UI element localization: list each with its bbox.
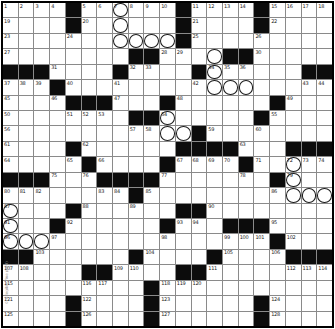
cell-r5c6[interactable] <box>82 65 97 79</box>
cell-r20c20[interactable] <box>302 296 317 310</box>
cell-r10c17[interactable] <box>254 142 269 156</box>
cell-r2c15[interactable] <box>223 18 238 32</box>
cell-r4c12[interactable]: 29 <box>176 49 191 63</box>
cell-r20c11[interactable]: 123 <box>160 296 175 310</box>
cell-r19c9[interactable] <box>129 281 144 295</box>
cell-r14c2[interactable] <box>19 204 34 218</box>
cell-r18c5[interactable] <box>66 265 81 279</box>
cell-r20c15[interactable] <box>223 296 238 310</box>
cell-r7c1[interactable]: 45 <box>3 96 18 110</box>
cell-r4c2[interactable] <box>19 49 34 63</box>
cell-r7c20[interactable] <box>302 96 317 110</box>
cell-r14c10[interactable] <box>144 204 159 218</box>
cell-r2c14[interactable] <box>207 18 222 32</box>
cell-r6c9[interactable] <box>129 80 144 94</box>
cell-r2c3[interactable] <box>34 18 49 32</box>
cell-r16c16[interactable]: 100 <box>239 234 254 248</box>
cell-r15c5[interactable]: 92 <box>66 219 81 233</box>
cell-r6c19[interactable] <box>286 80 301 94</box>
cell-r1c21[interactable]: 18 <box>317 3 332 17</box>
cell-r6c17[interactable] <box>254 80 269 94</box>
cell-r17c5[interactable] <box>66 250 81 264</box>
cell-r8c2[interactable] <box>19 111 34 125</box>
cell-r19c13[interactable]: 120 <box>192 281 207 295</box>
cell-r19c17[interactable] <box>254 281 269 295</box>
cell-r17c8[interactable] <box>113 250 128 264</box>
cell-r13c19[interactable] <box>286 188 301 202</box>
cell-r4c14[interactable] <box>207 49 222 63</box>
cell-r18c10[interactable] <box>144 265 159 279</box>
cell-r8c15[interactable] <box>223 111 238 125</box>
cell-r19c7[interactable]: 117 <box>97 281 112 295</box>
cell-r11c5[interactable]: 65 <box>66 157 81 171</box>
cell-r6c8[interactable]: 41 <box>113 80 128 94</box>
cell-r3c10[interactable] <box>144 34 159 48</box>
cell-r4c18[interactable] <box>270 49 285 63</box>
cell-r13c13[interactable] <box>192 188 207 202</box>
cell-r4c20[interactable] <box>302 49 317 63</box>
cell-r20c16[interactable] <box>239 296 254 310</box>
cell-r6c12[interactable] <box>176 80 191 94</box>
cell-r9c15[interactable] <box>223 126 238 140</box>
cell-r10c18[interactable] <box>270 142 285 156</box>
cell-r5c5[interactable] <box>66 65 81 79</box>
cell-r16c5[interactable] <box>66 234 81 248</box>
cell-r9c12[interactable] <box>176 126 191 140</box>
cell-r2c19[interactable] <box>286 18 301 32</box>
cell-r2c16[interactable] <box>239 18 254 32</box>
cell-r15c13[interactable]: 94 <box>192 219 207 233</box>
cell-r6c20[interactable]: 43 <box>302 80 317 94</box>
cell-r8c6[interactable]: 52 <box>82 111 97 125</box>
cell-r4c19[interactable] <box>286 49 301 63</box>
cell-r13c15[interactable] <box>223 188 238 202</box>
cell-r15c3[interactable] <box>34 219 49 233</box>
cell-r8c7[interactable]: 53 <box>97 111 112 125</box>
cell-r7c12[interactable]: 48 <box>176 96 191 110</box>
cell-r8c14[interactable] <box>207 111 222 125</box>
cell-r21c7[interactable] <box>97 312 112 326</box>
cell-r8c13[interactable] <box>192 111 207 125</box>
cell-r7c4[interactable]: 46 <box>50 96 65 110</box>
cell-r20c21[interactable] <box>317 296 332 310</box>
cell-r14c8[interactable] <box>113 204 128 218</box>
cell-r18c4[interactable] <box>50 265 65 279</box>
cell-r16c20[interactable] <box>302 234 317 248</box>
cell-r21c9[interactable] <box>129 312 144 326</box>
cell-r7c16[interactable] <box>239 96 254 110</box>
cell-r7c3[interactable] <box>34 96 49 110</box>
cell-r4c5[interactable] <box>66 49 81 63</box>
cell-r14c17[interactable] <box>254 204 269 218</box>
cell-r20c6[interactable]: 122 <box>82 296 97 310</box>
cell-r1c11[interactable]: 10 <box>160 3 175 17</box>
cell-r6c10[interactable] <box>144 80 159 94</box>
cell-r17c3[interactable]: 103 <box>34 250 49 264</box>
cell-r12c13[interactable] <box>192 173 207 187</box>
cell-r8c3[interactable] <box>34 111 49 125</box>
cell-r11c18[interactable] <box>270 157 285 171</box>
cell-r12c6[interactable]: 76 <box>82 173 97 187</box>
cell-r20c9[interactable] <box>129 296 144 310</box>
cell-r12c20[interactable] <box>302 173 317 187</box>
cell-r11c19[interactable]: 72 <box>286 157 301 171</box>
cell-r4c1[interactable]: 27 <box>3 49 18 63</box>
cell-r5c18[interactable] <box>270 65 285 79</box>
cell-r13c1[interactable]: 80 <box>3 188 18 202</box>
cell-r2c18[interactable]: 22 <box>270 18 285 32</box>
cell-r4c6[interactable] <box>82 49 97 63</box>
cell-r13c20[interactable] <box>302 188 317 202</box>
cell-r1c15[interactable]: 13 <box>223 3 238 17</box>
cell-r18c19[interactable]: 112 <box>286 265 301 279</box>
cell-r18c3[interactable] <box>34 265 49 279</box>
cell-r6c6[interactable] <box>82 80 97 94</box>
cell-r9c7[interactable] <box>97 126 112 140</box>
cell-r21c2[interactable] <box>19 312 34 326</box>
cell-r19c14[interactable] <box>207 281 222 295</box>
cell-r5c14[interactable]: 34 <box>207 65 222 79</box>
cell-r12c16[interactable]: 78 <box>239 173 254 187</box>
cell-r11c7[interactable]: 66 <box>97 157 112 171</box>
cell-r14c11[interactable] <box>160 204 175 218</box>
cell-r16c7[interactable] <box>97 234 112 248</box>
cell-r9c10[interactable]: 58 <box>144 126 159 140</box>
cell-r21c16[interactable] <box>239 312 254 326</box>
cell-r12c15[interactable] <box>223 173 238 187</box>
cell-r7c8[interactable]: 47 <box>113 96 128 110</box>
cell-r14c6[interactable]: 88 <box>82 204 97 218</box>
cell-r15c21[interactable] <box>317 219 332 233</box>
cell-r3c2[interactable] <box>19 34 34 48</box>
cell-r8c20[interactable] <box>302 111 317 125</box>
cell-r3c15[interactable] <box>223 34 238 48</box>
cell-r14c4[interactable] <box>50 204 65 218</box>
cell-r8c1[interactable]: 50 <box>3 111 18 125</box>
cell-r2c20[interactable] <box>302 18 317 32</box>
cell-r20c13[interactable] <box>192 296 207 310</box>
cell-r8c11[interactable]: 54 <box>160 111 175 125</box>
cell-r3c14[interactable] <box>207 34 222 48</box>
cell-r17c15[interactable]: 105 <box>223 250 238 264</box>
cell-r21c1[interactable]: 125 <box>3 312 18 326</box>
cell-r5c15[interactable]: 35 <box>223 65 238 79</box>
cell-r8c19[interactable] <box>286 111 301 125</box>
cell-r13c7[interactable]: 83 <box>97 188 112 202</box>
cell-r5c12[interactable] <box>176 65 191 79</box>
cell-r5c4[interactable]: 31 <box>50 65 65 79</box>
cell-r16c6[interactable] <box>82 234 97 248</box>
cell-r7c9[interactable] <box>129 96 144 110</box>
cell-r1c14[interactable]: 12 <box>207 3 222 17</box>
cell-r8c8[interactable] <box>113 111 128 125</box>
cell-r2c6[interactable]: 20 <box>82 18 97 32</box>
cell-r16c12[interactable] <box>176 234 191 248</box>
cell-r11c21[interactable]: 74 <box>317 157 332 171</box>
cell-r14c15[interactable] <box>223 204 238 218</box>
cell-r1c9[interactable]: 8 <box>129 3 144 17</box>
cell-r21c6[interactable]: 126 <box>82 312 97 326</box>
cell-r15c14[interactable] <box>207 219 222 233</box>
cell-r10c1[interactable]: 61 <box>3 142 18 156</box>
cell-r9c20[interactable] <box>302 126 317 140</box>
cell-r6c5[interactable]: 40 <box>66 80 81 94</box>
cell-r1c8[interactable]: 7 <box>113 3 128 17</box>
cell-r14c18[interactable] <box>270 204 285 218</box>
cell-r17c13[interactable] <box>192 250 207 264</box>
cell-r2c11[interactable] <box>160 18 175 32</box>
cell-r15c18[interactable]: 95 <box>270 219 285 233</box>
cell-r18c9[interactable]: 110 <box>129 265 144 279</box>
cell-r17c17[interactable] <box>254 250 269 264</box>
cell-r3c11[interactable] <box>160 34 175 48</box>
cell-r2c8[interactable] <box>113 18 128 32</box>
cell-r8c18[interactable]: 55 <box>270 111 285 125</box>
cell-r11c9[interactable] <box>129 157 144 171</box>
cell-r17c6[interactable] <box>82 250 97 264</box>
cell-r14c16[interactable] <box>239 204 254 218</box>
cell-r3c20[interactable] <box>302 34 317 48</box>
cell-r20c8[interactable] <box>113 296 128 310</box>
cell-r4c13[interactable] <box>192 49 207 63</box>
cell-r14c1[interactable]: 87 <box>3 204 18 218</box>
cell-r5c19[interactable] <box>286 65 301 79</box>
cell-r20c18[interactable]: 124 <box>270 296 285 310</box>
cell-r9c16[interactable] <box>239 126 254 140</box>
cell-r11c10[interactable] <box>144 157 159 171</box>
cell-r15c12[interactable]: 93 <box>176 219 191 233</box>
cell-r19c6[interactable]: 116 <box>82 281 97 295</box>
cell-r20c7[interactable] <box>97 296 112 310</box>
cell-r11c20[interactable]: 73 <box>302 157 317 171</box>
cell-r17c10[interactable]: 104 <box>144 250 159 264</box>
cell-r2c13[interactable]: 21 <box>192 18 207 32</box>
cell-r12c12[interactable] <box>176 173 191 187</box>
cell-r11c3[interactable] <box>34 157 49 171</box>
cell-r21c8[interactable] <box>113 312 128 326</box>
cell-r15c2[interactable] <box>19 219 34 233</box>
cell-r19c8[interactable] <box>113 281 128 295</box>
cell-r18c17[interactable] <box>254 265 269 279</box>
cell-r9c1[interactable]: 56 <box>3 126 18 140</box>
cell-r1c13[interactable]: 11 <box>192 3 207 17</box>
cell-r15c8[interactable] <box>113 219 128 233</box>
cell-r18c16[interactable] <box>239 265 254 279</box>
cell-r1c18[interactable]: 15 <box>270 3 285 17</box>
cell-r12c21[interactable] <box>317 173 332 187</box>
cell-r3c13[interactable]: 25 <box>192 34 207 48</box>
cell-r1c16[interactable]: 14 <box>239 3 254 17</box>
cell-r11c15[interactable]: 70 <box>223 157 238 171</box>
cell-r14c7[interactable] <box>97 204 112 218</box>
cell-r1c2[interactable]: 2 <box>19 3 34 17</box>
cell-r12c14[interactable] <box>207 173 222 187</box>
cell-r20c14[interactable] <box>207 296 222 310</box>
cell-r15c6[interactable] <box>82 219 97 233</box>
cell-r13c17[interactable] <box>254 188 269 202</box>
cell-r9c8[interactable] <box>113 126 128 140</box>
cell-r12c17[interactable] <box>254 173 269 187</box>
cell-r8c12[interactable] <box>176 111 191 125</box>
cell-r7c21[interactable] <box>317 96 332 110</box>
cell-r16c2[interactable] <box>19 234 34 248</box>
cell-r19c20[interactable] <box>302 281 317 295</box>
cell-r20c4[interactable] <box>50 296 65 310</box>
cell-r6c18[interactable] <box>270 80 285 94</box>
cell-r11c4[interactable] <box>50 157 65 171</box>
cell-r7c10[interactable] <box>144 96 159 110</box>
cell-r3c8[interactable] <box>113 34 128 48</box>
cell-r14c19[interactable] <box>286 204 301 218</box>
cell-r9c9[interactable]: 57 <box>129 126 144 140</box>
cell-r3c5[interactable]: 24 <box>66 34 81 48</box>
cell-r9c18[interactable] <box>270 126 285 140</box>
cell-r4c17[interactable]: 30 <box>254 49 269 63</box>
cell-r3c16[interactable] <box>239 34 254 48</box>
cell-r20c19[interactable] <box>286 296 301 310</box>
cell-r13c11[interactable] <box>160 188 175 202</box>
cell-r18c14[interactable]: 111 <box>207 265 222 279</box>
cell-r18c21[interactable]: 114 <box>317 265 332 279</box>
cell-r4c21[interactable] <box>317 49 332 63</box>
cell-r3c17[interactable]: 26 <box>254 34 269 48</box>
cell-r3c6[interactable] <box>82 34 97 48</box>
cell-r16c10[interactable] <box>144 234 159 248</box>
cell-r13c14[interactable] <box>207 188 222 202</box>
cell-r11c12[interactable]: 67 <box>176 157 191 171</box>
cell-r10c6[interactable]: 62 <box>82 142 97 156</box>
cell-r11c14[interactable]: 69 <box>207 157 222 171</box>
cell-r7c15[interactable] <box>223 96 238 110</box>
cell-r21c4[interactable] <box>50 312 65 326</box>
cell-r19c5[interactable] <box>66 281 81 295</box>
cell-r18c11[interactable] <box>160 265 175 279</box>
cell-r13c18[interactable]: 86 <box>270 188 285 202</box>
cell-r8c16[interactable] <box>239 111 254 125</box>
cell-r13c5[interactable] <box>66 188 81 202</box>
cell-r4c4[interactable] <box>50 49 65 63</box>
cell-r4c3[interactable] <box>34 49 49 63</box>
cell-r16c13[interactable] <box>192 234 207 248</box>
cell-r21c11[interactable]: 127 <box>160 312 175 326</box>
cell-r8c21[interactable] <box>317 111 332 125</box>
cell-r19c15[interactable] <box>223 281 238 295</box>
cell-r1c3[interactable]: 3 <box>34 3 49 17</box>
cell-r20c12[interactable] <box>176 296 191 310</box>
cell-r9c21[interactable] <box>317 126 332 140</box>
cell-r11c13[interactable]: 68 <box>192 157 207 171</box>
cell-r5c17[interactable] <box>254 65 269 79</box>
cell-r1c4[interactable]: 4 <box>50 3 65 17</box>
cell-r11c2[interactable] <box>19 157 34 171</box>
cell-r14c20[interactable] <box>302 204 317 218</box>
cell-r15c20[interactable] <box>302 219 317 233</box>
cell-r19c18[interactable] <box>270 281 285 295</box>
cell-r15c19[interactable] <box>286 219 301 233</box>
cell-r2c10[interactable] <box>144 18 159 32</box>
cell-r3c19[interactable] <box>286 34 301 48</box>
cell-r13c3[interactable]: 82 <box>34 188 49 202</box>
cell-r7c14[interactable] <box>207 96 222 110</box>
cell-r20c3[interactable] <box>34 296 49 310</box>
cell-r6c13[interactable]: 42 <box>192 80 207 94</box>
cell-r5c10[interactable]: 33 <box>144 65 159 79</box>
cell-r6c15[interactable] <box>223 80 238 94</box>
cell-r14c9[interactable]: 89 <box>129 204 144 218</box>
cell-r5c11[interactable] <box>160 65 175 79</box>
cell-r3c21[interactable] <box>317 34 332 48</box>
cell-r3c7[interactable] <box>97 34 112 48</box>
cell-r5c16[interactable]: 36 <box>239 65 254 79</box>
cell-r17c4[interactable] <box>50 250 65 264</box>
cell-r7c13[interactable] <box>192 96 207 110</box>
cell-r13c8[interactable]: 84 <box>113 188 128 202</box>
cell-r18c18[interactable] <box>270 265 285 279</box>
cell-r10c16[interactable]: 63 <box>239 142 254 156</box>
cell-r15c9[interactable] <box>129 219 144 233</box>
cell-r10c9[interactable] <box>129 142 144 156</box>
cell-r21c13[interactable] <box>192 312 207 326</box>
cell-r14c14[interactable]: 90 <box>207 204 222 218</box>
cell-r1c10[interactable]: 9 <box>144 3 159 17</box>
cell-r18c8[interactable]: 109 <box>113 265 128 279</box>
cell-r6c1[interactable]: 37 <box>3 80 18 94</box>
cell-r5c9[interactable]: 32 <box>129 65 144 79</box>
cell-r21c21[interactable] <box>317 312 332 326</box>
cell-r16c8[interactable] <box>113 234 128 248</box>
cell-r19c3[interactable] <box>34 281 49 295</box>
cell-r18c15[interactable] <box>223 265 238 279</box>
cell-r16c15[interactable]: 99 <box>223 234 238 248</box>
cell-r1c20[interactable]: 17 <box>302 3 317 17</box>
cell-r13c2[interactable]: 81 <box>19 188 34 202</box>
cell-r15c1[interactable]: 91 <box>3 219 18 233</box>
cell-r21c15[interactable] <box>223 312 238 326</box>
cell-r13c21[interactable] <box>317 188 332 202</box>
cell-r19c2[interactable] <box>19 281 34 295</box>
cell-r17c16[interactable] <box>239 250 254 264</box>
cell-r8c4[interactable] <box>50 111 65 125</box>
cell-r19c19[interactable] <box>286 281 301 295</box>
cell-r16c21[interactable] <box>317 234 332 248</box>
cell-r20c2[interactable] <box>19 296 34 310</box>
cell-r6c3[interactable]: 39 <box>34 80 49 94</box>
cell-r9c14[interactable]: 59 <box>207 126 222 140</box>
cell-r14c3[interactable] <box>34 204 49 218</box>
crossword-grid[interactable]: 1234567891011121314151617181920212223242… <box>1 1 334 328</box>
cell-r6c21[interactable]: 44 <box>317 80 332 94</box>
cell-r13c16[interactable] <box>239 188 254 202</box>
cell-r7c19[interactable]: 49 <box>286 96 301 110</box>
cell-r9c6[interactable] <box>82 126 97 140</box>
cell-r10c11[interactable] <box>160 142 175 156</box>
cell-r6c2[interactable]: 38 <box>19 80 34 94</box>
cell-r16c3[interactable] <box>34 234 49 248</box>
cell-r6c14[interactable] <box>207 80 222 94</box>
cell-r19c4[interactable] <box>50 281 65 295</box>
cell-r3c9[interactable] <box>129 34 144 48</box>
cell-r4c8[interactable] <box>113 49 128 63</box>
cell-r10c4[interactable] <box>50 142 65 156</box>
cell-r2c1[interactable]: 19 <box>3 18 18 32</box>
cell-r16c19[interactable]: 102 <box>286 234 301 248</box>
cell-r19c21[interactable] <box>317 281 332 295</box>
cell-r11c1[interactable]: 64 <box>3 157 18 171</box>
cell-r16c17[interactable]: 101 <box>254 234 269 248</box>
cell-r21c3[interactable] <box>34 312 49 326</box>
cell-r12c5[interactable] <box>66 173 81 187</box>
cell-r10c2[interactable] <box>19 142 34 156</box>
